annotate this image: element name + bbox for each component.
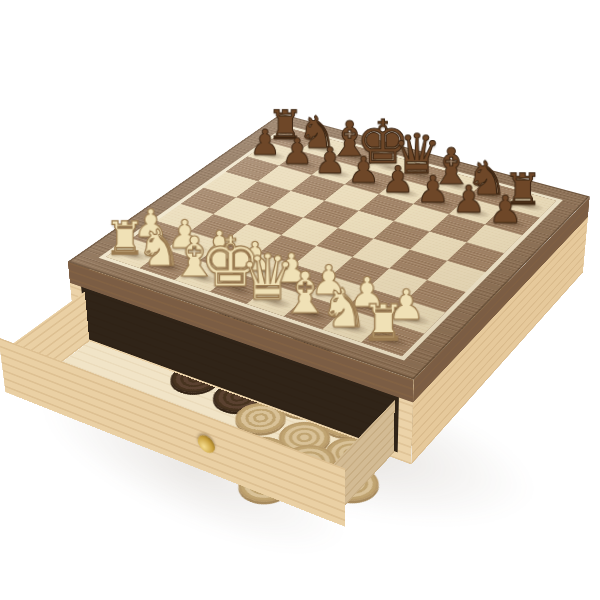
square-a1[interactable]: ♜ <box>362 321 425 356</box>
black-pawn-glyph: ♟ <box>451 180 485 218</box>
black-pawn-glyph: ♟ <box>281 134 313 170</box>
black-pawn-glyph: ♟ <box>313 143 345 179</box>
black-pawn-glyph: ♟ <box>416 171 449 208</box>
black-pawn-glyph: ♟ <box>249 125 281 160</box>
piece-white-rook-a1[interactable]: ♜ <box>362 321 425 356</box>
product-photo-chess-checkers-set: ♜♞♝♚♛♝♞♜♟♟♟♟♟♟♟♟♟♟♟♟♟♟♟♟♜♞♝♚♛♝♞♜ <box>0 0 600 600</box>
white-knight-glyph: ♞ <box>320 281 368 335</box>
drawer-knob[interactable] <box>198 433 216 456</box>
black-pawn-glyph: ♟ <box>347 152 380 188</box>
chess-box: ♜♞♝♚♛♝♞♜♟♟♟♟♟♟♟♟♟♟♟♟♟♟♟♟♜♞♝♚♛♝♞♜ <box>68 114 590 380</box>
black-pawn-glyph: ♟ <box>488 191 522 229</box>
black-pawn-glyph: ♟ <box>381 161 414 198</box>
square-d4[interactable] <box>316 228 373 257</box>
white-rook-glyph: ♜ <box>361 298 406 348</box>
